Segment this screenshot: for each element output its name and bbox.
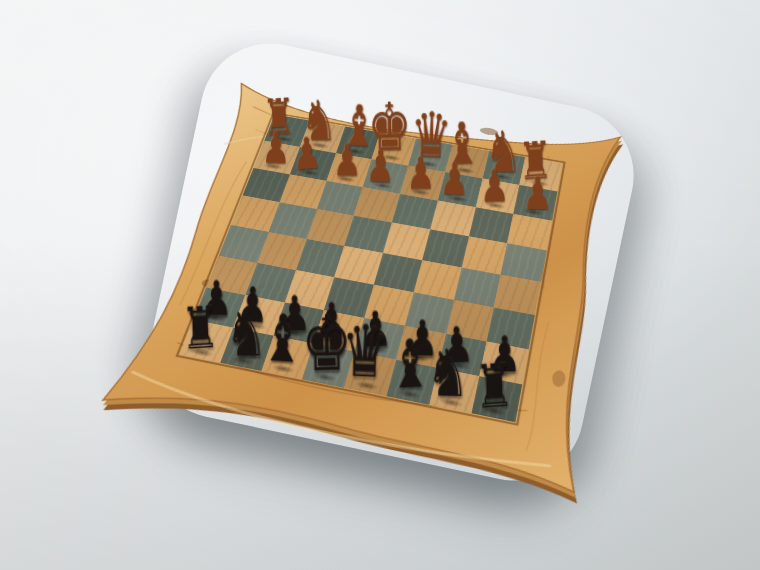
white-pawn[interactable]: ♟ (405, 152, 435, 195)
white-pawn[interactable]: ♟ (261, 127, 290, 169)
black-knight[interactable]: ♞ (426, 342, 470, 405)
black-rook[interactable]: ♜ (180, 299, 220, 356)
black-queen[interactable]: ♛ (340, 318, 389, 388)
square-a5[interactable] (494, 275, 541, 315)
photo-background: ♜♞♝♚♛♝♞♜♟♟♟♟♟♟♟♟♟♟♟♟♟♟♟♟♜♞♝♚♛♝♞♜ (0, 0, 760, 570)
white-pawn[interactable]: ♟ (439, 157, 469, 200)
black-bishop[interactable]: ♝ (260, 308, 306, 373)
white-pawn[interactable]: ♟ (522, 172, 552, 215)
chess-board: ♜♞♝♚♛♝♞♜♟♟♟♟♟♟♟♟♟♟♟♟♟♟♟♟♜♞♝♚♛♝♞♜ (87, 64, 631, 504)
white-pawn[interactable]: ♟ (365, 144, 396, 188)
black-rook[interactable]: ♜ (474, 356, 516, 415)
white-pawn[interactable]: ♟ (479, 164, 510, 208)
white-pawn[interactable]: ♟ (333, 140, 362, 182)
white-pawn[interactable]: ♟ (291, 132, 321, 175)
